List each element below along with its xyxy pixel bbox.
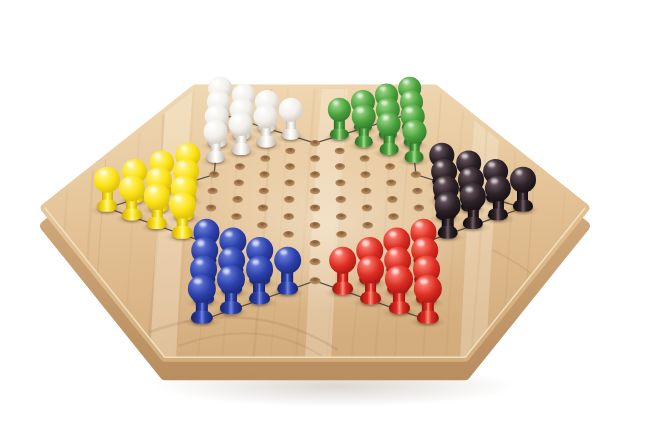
- peg-yellow[interactable]: [169, 192, 196, 238]
- peg-foot: [191, 311, 213, 324]
- peg-ball: [510, 167, 535, 193]
- peg-black[interactable]: [485, 175, 511, 221]
- peg-foot: [122, 208, 142, 220]
- peg-foot: [330, 128, 348, 139]
- peg-ball: [94, 167, 119, 193]
- peg-white[interactable]: [279, 97, 303, 139]
- peg-black[interactable]: [434, 192, 461, 238]
- peg-foot: [417, 311, 439, 324]
- peg-foot: [355, 136, 374, 148]
- peg-green[interactable]: [352, 105, 377, 148]
- peg-white[interactable]: [229, 112, 254, 155]
- peg-black[interactable]: [460, 184, 486, 230]
- peg-ball: [188, 275, 216, 303]
- peg-green[interactable]: [402, 119, 427, 162]
- peg-yellow[interactable]: [144, 184, 170, 230]
- peg-foot: [332, 282, 353, 295]
- peg-foot: [513, 200, 533, 212]
- peg-ball: [385, 265, 413, 293]
- peg-red[interactable]: [329, 246, 357, 294]
- peg-ball: [414, 275, 442, 303]
- peg-ball: [274, 246, 301, 273]
- peg-red[interactable]: [357, 256, 385, 305]
- peg-white[interactable]: [203, 119, 228, 162]
- peg-blue[interactable]: [273, 246, 301, 294]
- peg-ball: [352, 105, 376, 129]
- peg-blue[interactable]: [245, 256, 273, 305]
- peg-foot: [97, 200, 117, 212]
- peg-ball: [377, 112, 401, 136]
- peg-yellow[interactable]: [119, 175, 145, 221]
- peg-white[interactable]: [254, 105, 279, 148]
- peg-ball: [144, 184, 170, 210]
- peg-foot: [463, 217, 483, 229]
- chinese-checkers-photo: [0, 0, 660, 440]
- peg-ball: [402, 119, 426, 144]
- peg-ball: [435, 192, 461, 218]
- peg-foot: [206, 151, 225, 163]
- peg-ball: [279, 97, 303, 121]
- peg-foot: [389, 301, 410, 314]
- peg-ball: [169, 192, 195, 218]
- peg-foot: [360, 291, 381, 304]
- peg-yellow[interactable]: [94, 167, 120, 212]
- peg-foot: [277, 282, 298, 295]
- peg-foot: [488, 208, 508, 220]
- peg-foot: [380, 143, 399, 155]
- peg-foot: [249, 291, 270, 304]
- peg-ball: [246, 256, 273, 284]
- peg-foot: [438, 226, 458, 238]
- peg-ball: [254, 105, 278, 129]
- peg-green[interactable]: [327, 97, 351, 139]
- peg-foot: [405, 151, 424, 163]
- peg-red[interactable]: [414, 275, 442, 324]
- pegs-layer: [0, 0, 660, 440]
- peg-ball: [229, 112, 253, 136]
- peg-ball: [485, 175, 511, 201]
- peg-ball: [357, 256, 384, 284]
- peg-red[interactable]: [385, 265, 413, 314]
- peg-ball: [119, 175, 145, 201]
- peg-ball: [217, 265, 245, 293]
- peg-foot: [147, 217, 167, 229]
- peg-blue[interactable]: [217, 265, 245, 314]
- peg-ball: [327, 97, 351, 121]
- peg-ball: [329, 246, 356, 273]
- peg-foot: [281, 128, 299, 139]
- peg-ball: [203, 119, 227, 144]
- peg-green[interactable]: [377, 112, 402, 155]
- peg-foot: [220, 301, 241, 314]
- peg-blue[interactable]: [188, 275, 216, 324]
- peg-foot: [257, 136, 276, 148]
- peg-foot: [232, 143, 251, 155]
- peg-black[interactable]: [510, 167, 536, 212]
- peg-foot: [172, 226, 192, 238]
- peg-ball: [460, 184, 486, 210]
